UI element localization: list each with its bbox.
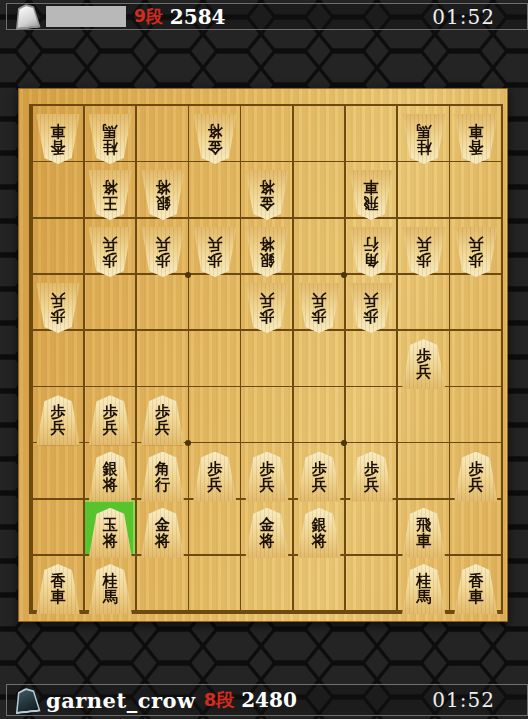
- shogi-piece[interactable]: 飛車: [348, 170, 394, 220]
- pieces-layer: 香車桂馬金将桂馬香車王将銀将金将飛車歩兵歩兵歩兵銀将角行歩兵歩兵歩兵歩兵歩兵歩兵…: [31, 106, 501, 612]
- shogi-piece[interactable]: 銀将: [244, 227, 290, 277]
- shogi-piece[interactable]: 歩兵: [192, 452, 238, 502]
- shogi-piece[interactable]: 角行: [140, 452, 186, 502]
- shogi-piece[interactable]: 金将: [244, 508, 290, 558]
- shogi-piece[interactable]: 歩兵: [192, 227, 238, 277]
- shogi-piece[interactable]: 角行: [348, 227, 394, 277]
- player-name: garnet_crow: [46, 688, 196, 713]
- shogi-piece[interactable]: 桂馬: [87, 114, 133, 164]
- top-player-bar: 9段 2584 01:52: [6, 3, 528, 30]
- shogi-piece[interactable]: 歩兵: [87, 395, 133, 445]
- shogi-piece[interactable]: 歩兵: [35, 283, 81, 333]
- shogi-piece[interactable]: 香車: [35, 564, 81, 614]
- shogi-app-window: 9段 2584 01:52 香車桂馬金将桂馬香車王将銀将金将飛車歩兵歩兵歩兵銀将…: [0, 0, 528, 719]
- shogi-piece[interactable]: 金将: [244, 170, 290, 220]
- shogi-piece[interactable]: 王将: [87, 170, 133, 220]
- shogi-piece[interactable]: 香車: [453, 114, 499, 164]
- shogi-piece[interactable]: 歩兵: [348, 283, 394, 333]
- player-rank: 8段: [204, 688, 235, 712]
- shogi-piece[interactable]: 香車: [35, 114, 81, 164]
- shogi-piece[interactable]: 歩兵: [244, 283, 290, 333]
- player-clock: 01:52: [432, 688, 495, 712]
- shogi-piece[interactable]: 歩兵: [348, 452, 394, 502]
- shogi-piece[interactable]: 香車: [453, 564, 499, 614]
- bottom-player-bar: garnet_crow 8段 2480 01:52: [6, 684, 528, 716]
- shogi-piece[interactable]: 銀将: [140, 170, 186, 220]
- shogi-piece[interactable]: 玉将: [87, 508, 133, 558]
- shogi-piece[interactable]: 金将: [192, 114, 238, 164]
- shogi-piece[interactable]: 歩兵: [296, 452, 342, 502]
- shogi-piece[interactable]: 銀将: [87, 452, 133, 502]
- shogi-piece[interactable]: 歩兵: [453, 452, 499, 502]
- shogi-piece[interactable]: 歩兵: [401, 227, 447, 277]
- player-name-redacted: [46, 6, 126, 27]
- white-piece-icon: [13, 3, 41, 31]
- shogi-piece[interactable]: 歩兵: [140, 227, 186, 277]
- shogi-piece[interactable]: 金将: [140, 508, 186, 558]
- black-piece-icon: [13, 686, 41, 714]
- player-rating: 2584: [170, 5, 226, 29]
- shogi-piece[interactable]: 歩兵: [453, 227, 499, 277]
- board-grid: 香車桂馬金将桂馬香車王将銀将金将飛車歩兵歩兵歩兵銀将角行歩兵歩兵歩兵歩兵歩兵歩兵…: [29, 104, 503, 614]
- shogi-board: 香車桂馬金将桂馬香車王将銀将金将飛車歩兵歩兵歩兵銀将角行歩兵歩兵歩兵歩兵歩兵歩兵…: [18, 88, 508, 622]
- player-clock: 01:52: [432, 5, 495, 29]
- shogi-piece[interactable]: 桂馬: [401, 114, 447, 164]
- shogi-piece[interactable]: 桂馬: [401, 564, 447, 614]
- shogi-piece[interactable]: 歩兵: [401, 339, 447, 389]
- shogi-piece[interactable]: 飛車: [401, 508, 447, 558]
- shogi-piece[interactable]: 歩兵: [296, 283, 342, 333]
- shogi-piece[interactable]: 歩兵: [87, 227, 133, 277]
- shogi-piece[interactable]: 歩兵: [244, 452, 290, 502]
- player-rating: 2480: [241, 688, 297, 712]
- shogi-piece[interactable]: 歩兵: [140, 395, 186, 445]
- shogi-piece[interactable]: 銀将: [296, 508, 342, 558]
- player-rank: 9段: [134, 5, 163, 28]
- shogi-piece[interactable]: 桂馬: [87, 564, 133, 614]
- shogi-piece[interactable]: 歩兵: [35, 395, 81, 445]
